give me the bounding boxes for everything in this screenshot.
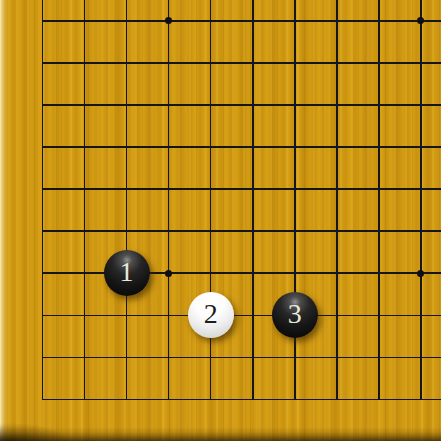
grid-line-horizontal: [42, 315, 441, 317]
grid-line-horizontal: [42, 20, 441, 22]
grid-line-horizontal: [42, 62, 441, 64]
stone-white-E3[interactable]: 2: [188, 292, 234, 338]
stone-black-C4[interactable]: 1: [104, 250, 150, 296]
grid-line-vertical: [84, 0, 86, 400]
grid-line-horizontal: [42, 146, 441, 148]
grid-line-vertical: [168, 0, 170, 400]
stone-move-number: 2: [204, 300, 218, 328]
grid-line-vertical: [42, 0, 44, 400]
stone-move-number: 3: [288, 300, 302, 328]
stone-black-G3[interactable]: 3: [272, 292, 318, 338]
grid-line-vertical: [294, 0, 296, 400]
star-point: [417, 17, 424, 24]
stone-move-number: 1: [120, 258, 134, 286]
go-board[interactable]: 123: [0, 0, 441, 441]
go-board-screenshot: 123: [0, 0, 441, 441]
grid-line-vertical: [126, 0, 128, 400]
grid-line-horizontal: [42, 272, 441, 274]
star-point: [165, 270, 172, 277]
grid-line-horizontal: [42, 357, 441, 359]
grid-line-vertical: [210, 0, 212, 400]
grid-line-vertical: [336, 0, 338, 400]
grid-line-vertical: [420, 0, 422, 400]
grid-line-vertical: [378, 0, 380, 400]
grid-line-horizontal: [42, 104, 441, 106]
star-point: [417, 270, 424, 277]
board-edge-shading: [0, 0, 441, 441]
grid-line-vertical: [252, 0, 254, 400]
grid-line-horizontal: [42, 188, 441, 190]
star-point: [165, 17, 172, 24]
grid-line-horizontal: [42, 230, 441, 232]
grid-line-horizontal: [42, 399, 441, 401]
